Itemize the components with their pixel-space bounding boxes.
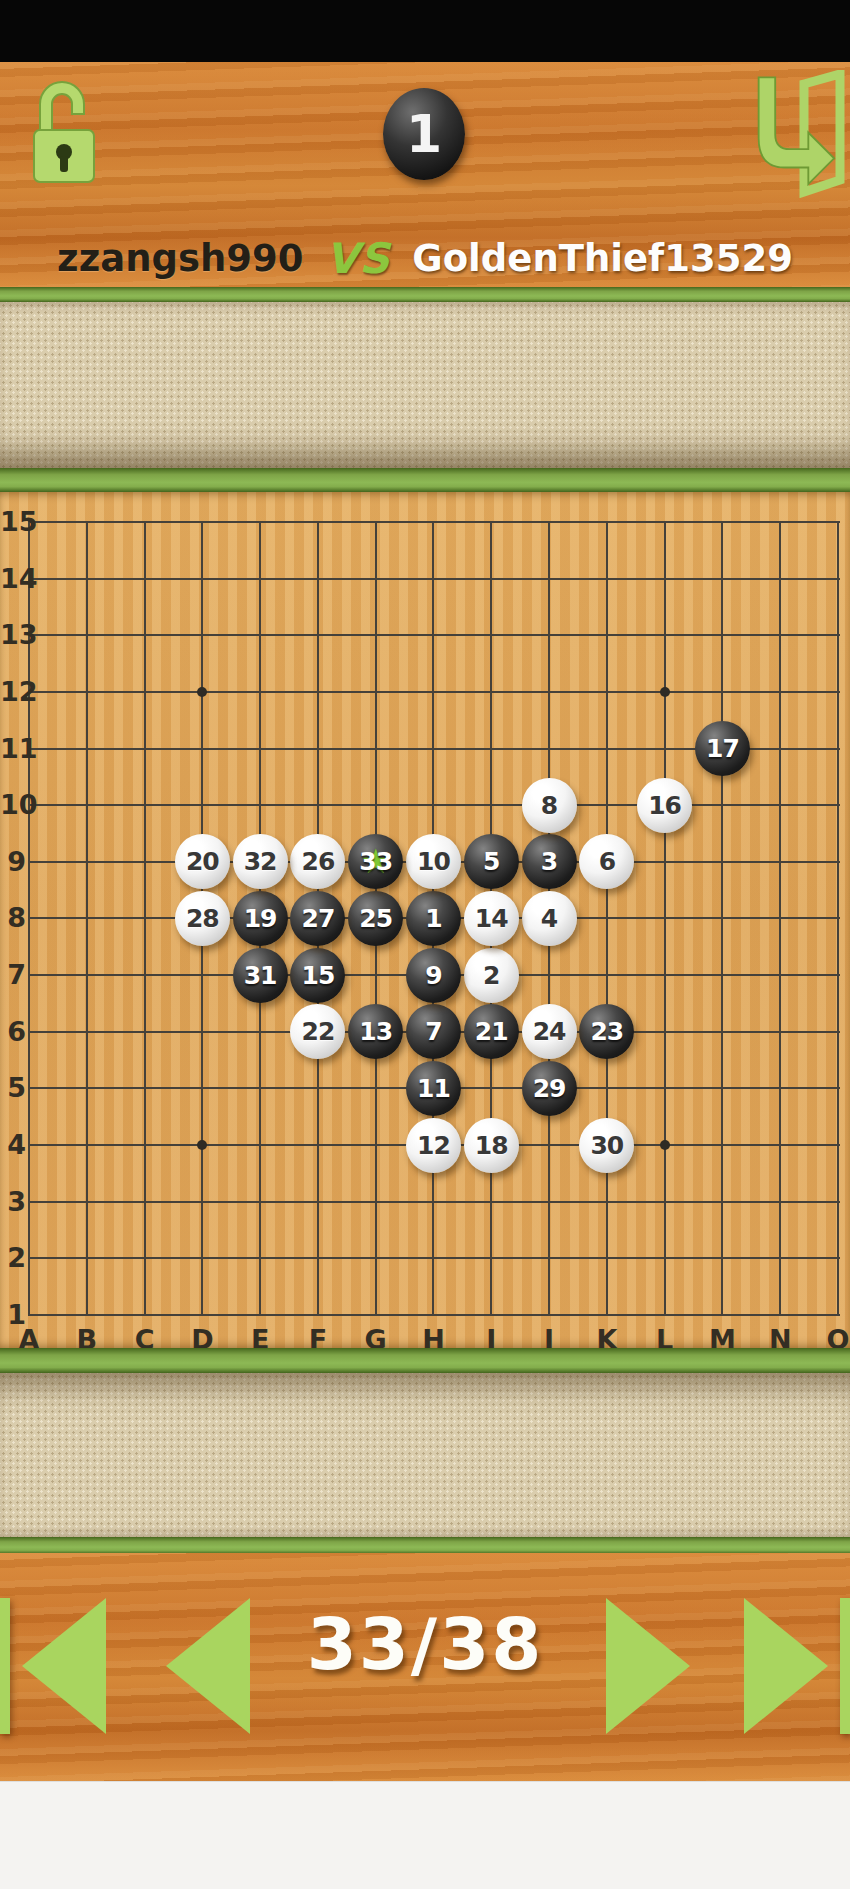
stone-move-number: 15 — [302, 961, 335, 990]
board-grid-line — [779, 521, 781, 1316]
stone-move-number: 14 — [475, 904, 508, 933]
stone-move-number: 10 — [417, 847, 450, 876]
board-grid-line — [28, 1201, 840, 1203]
stone-move-number: 7 — [425, 1017, 441, 1046]
green-divider-strip — [0, 1348, 850, 1373]
board-grid-line — [28, 1257, 840, 1259]
stone-move-number: 11 — [417, 1074, 450, 1103]
stone-white-14: 14 — [464, 891, 519, 946]
stone-white-8: 8 — [522, 778, 577, 833]
stone-move-number: 12 — [417, 1131, 450, 1160]
board-row-label: 14 — [0, 564, 26, 594]
stone-white-4: 4 — [522, 891, 577, 946]
upper-texture-panel — [0, 302, 850, 468]
players-row: zzangsh990 VS GoldenThief13529 — [0, 230, 850, 286]
board-row-label: 9 — [0, 847, 26, 877]
stone-move-number: 8 — [541, 791, 557, 820]
stone-move-number: 16 — [648, 791, 681, 820]
board-grid-line — [721, 521, 723, 1316]
stone-white-22: 22 — [290, 1004, 345, 1059]
board-row-label: 6 — [0, 1017, 26, 1047]
stone-black-25: 25 — [348, 891, 403, 946]
stone-move-number: 9 — [425, 961, 441, 990]
board-row-label: 15 — [0, 507, 26, 537]
board-row-label: 11 — [0, 734, 26, 764]
stone-black-23: 23 — [579, 1004, 634, 1059]
stone-move-number: 22 — [302, 1017, 335, 1046]
move-number-badge: 1 — [383, 88, 465, 180]
stone-white-26: 26 — [290, 834, 345, 889]
move-badge-value: 1 — [406, 104, 442, 164]
stone-move-number: 3 — [541, 847, 557, 876]
stone-white-18: 18 — [464, 1118, 519, 1173]
stone-white-24: 24 — [522, 1004, 577, 1059]
stone-white-12: 12 — [406, 1118, 461, 1173]
board-row-label: 2 — [0, 1243, 26, 1273]
stone-black-13: 13 — [348, 1004, 403, 1059]
stone-white-20: 20 — [175, 834, 230, 889]
board-row-label: 13 — [0, 620, 26, 650]
exit-door-arrow-icon — [752, 70, 850, 198]
stone-move-number: 4 — [541, 904, 557, 933]
board-grid-line — [664, 521, 666, 1316]
stone-black-33: ★33 — [348, 834, 403, 889]
stone-black-1: 1 — [406, 891, 461, 946]
status-bar — [0, 0, 850, 62]
stone-move-number: 30 — [590, 1131, 623, 1160]
board-star-point — [660, 1140, 670, 1150]
green-divider-strip — [0, 1537, 850, 1554]
stone-move-number: 18 — [475, 1131, 508, 1160]
stone-move-number: 31 — [244, 961, 277, 990]
stone-white-16: 16 — [637, 778, 692, 833]
stone-black-31: 31 — [233, 948, 288, 1003]
stone-white-32: 32 — [233, 834, 288, 889]
vs-label: VS — [326, 234, 391, 283]
board-row-label: 8 — [0, 903, 26, 933]
stone-move-number: 2 — [483, 961, 499, 990]
stone-black-5: 5 — [464, 834, 519, 889]
system-navigation-bar — [0, 1781, 850, 1889]
stone-move-number: 6 — [599, 847, 615, 876]
player-white-name: GoldenThief13529 — [412, 237, 793, 280]
open-padlock-icon — [26, 70, 110, 184]
board-grid-line — [28, 1314, 840, 1316]
board-star-point — [660, 687, 670, 697]
stone-black-19: 19 — [233, 891, 288, 946]
last-move-button-bar[interactable] — [840, 1598, 850, 1734]
stone-move-number: 1 — [425, 904, 441, 933]
stone-black-29: 29 — [522, 1061, 577, 1116]
board-row-label: 10 — [0, 790, 26, 820]
stone-black-17: 17 — [695, 721, 750, 776]
stone-white-10: 10 — [406, 834, 461, 889]
stone-move-number: 29 — [533, 1074, 566, 1103]
board-row-label: 4 — [0, 1130, 26, 1160]
stone-black-3: 3 — [522, 834, 577, 889]
lock-button[interactable] — [26, 70, 110, 184]
stone-black-21: 21 — [464, 1004, 519, 1059]
green-divider-strip — [0, 287, 850, 302]
stone-move-number: 32 — [244, 847, 277, 876]
stone-move-number: 20 — [186, 847, 219, 876]
stone-move-number: 24 — [533, 1017, 566, 1046]
stone-white-2: 2 — [464, 948, 519, 1003]
stone-black-7: 7 — [406, 1004, 461, 1059]
stone-move-number: 19 — [244, 904, 277, 933]
move-counter: 33/38 — [0, 1602, 850, 1686]
stone-white-6: 6 — [579, 834, 634, 889]
stone-move-number: 27 — [302, 904, 335, 933]
board-star-point — [197, 687, 207, 697]
board-row-label: 5 — [0, 1073, 26, 1103]
green-divider-strip — [0, 468, 850, 492]
board-star-point — [197, 1140, 207, 1150]
exit-button[interactable] — [752, 70, 850, 198]
board-row-label: 7 — [0, 960, 26, 990]
stone-white-30: 30 — [579, 1118, 634, 1173]
go-board[interactable]: 151413121110987654321ABCDEFGHIJKLMNO1234… — [0, 492, 850, 1348]
stone-move-number: 17 — [706, 734, 739, 763]
stone-move-number: 5 — [483, 847, 499, 876]
stone-black-9: 9 — [406, 948, 461, 1003]
stone-black-15: 15 — [290, 948, 345, 1003]
lower-texture-panel — [0, 1373, 850, 1537]
stone-move-number: 26 — [302, 847, 335, 876]
board-row-label: 12 — [0, 677, 26, 707]
player-black-name: zzangsh990 — [57, 237, 303, 280]
stone-move-number: 23 — [590, 1017, 623, 1046]
stone-move-number: 21 — [475, 1017, 508, 1046]
stone-move-number: 33 — [359, 847, 392, 876]
board-row-label: 3 — [0, 1187, 26, 1217]
board-grid-line — [606, 521, 608, 1316]
stone-move-number: 25 — [359, 904, 392, 933]
stone-move-number: 13 — [359, 1017, 392, 1046]
stone-black-27: 27 — [290, 891, 345, 946]
stone-move-number: 28 — [186, 904, 219, 933]
board-grid-line — [837, 521, 839, 1316]
stone-black-11: 11 — [406, 1061, 461, 1116]
stone-white-28: 28 — [175, 891, 230, 946]
